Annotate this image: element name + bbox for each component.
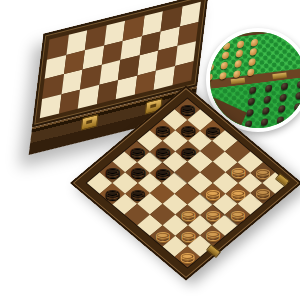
lid-square [134,70,155,94]
stored-checker-light [220,61,228,69]
stored-checker-dark [245,109,253,117]
lid-square [153,66,174,90]
stored-light-checkers [206,37,261,82]
stored-checker-light [206,73,212,81]
stored-checker-dark [277,105,285,113]
stored-checker-dark [261,107,269,115]
stored-checker-light [234,59,242,67]
stored-checker-light [248,58,256,66]
stored-checker-dark [262,95,270,103]
stored-checker-light [237,40,245,48]
stored-checker-light [249,48,257,56]
lid-square [172,61,193,85]
stored-checker-dark [280,82,288,90]
stored-checker-light [222,41,230,49]
stored-checker-dark [244,120,252,128]
stored-checker-light [247,67,255,75]
stored-checker-dark [264,84,272,92]
lid-square [78,84,99,108]
stored-checker-dark [246,97,254,105]
stored-checker-light [219,71,227,79]
stored-checker-dark [291,114,299,122]
stored-checker-dark [259,118,267,126]
stored-checker-dark [278,93,286,101]
stored-checker-dark [248,86,256,94]
stored-checker-light [235,50,243,58]
brass-clasp-icon [81,114,99,131]
product-photo-stage: ⛂⛂⛂⛂⛂⛂⛂⛂⛂⛂⛂⛂⛂⛂⛂⛂⛂⛂⛂⛂⛂⛂⛂⛂ [0,0,300,300]
stored-checker-light [221,51,229,59]
stored-checker-dark [275,116,283,124]
lid-square [97,80,118,104]
stored-checker-dark [293,103,300,111]
lid-square [40,94,61,118]
stored-dark-checkers [240,78,300,130]
lid-square [59,89,80,113]
stored-checker-light [251,38,259,46]
stored-checker-dark [294,91,300,99]
stored-checker-dark [296,80,300,88]
hinge-plate-icon [272,72,286,79]
stored-checker-light [233,69,241,77]
